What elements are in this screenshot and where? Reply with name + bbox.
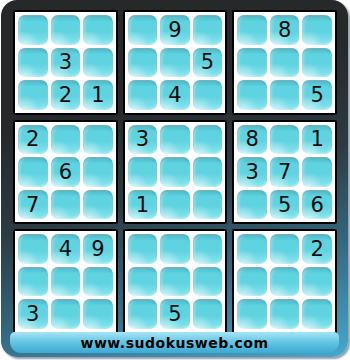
cell-r4c9[interactable]: 1 xyxy=(302,125,332,155)
cell-r7c2[interactable]: 4 xyxy=(51,234,81,264)
cell-r5c7[interactable]: 3 xyxy=(237,157,267,187)
cell-r2c3[interactable] xyxy=(83,48,113,78)
cell-r1c1[interactable] xyxy=(18,15,48,45)
cell-r5c1[interactable] xyxy=(18,157,48,187)
cell-r9c2[interactable] xyxy=(51,299,81,329)
cell-r3c7[interactable] xyxy=(237,80,267,110)
box-r2c3: 813756 xyxy=(232,120,337,225)
cell-r5c4[interactable] xyxy=(128,157,158,187)
cell-r8c6[interactable] xyxy=(193,267,223,297)
cell-r6c7[interactable] xyxy=(237,190,267,220)
cell-r4c6[interactable] xyxy=(193,125,223,155)
cell-r2c7[interactable] xyxy=(237,48,267,78)
cell-r8c1[interactable] xyxy=(18,267,48,297)
cell-r3c5[interactable]: 4 xyxy=(160,80,190,110)
cell-r9c5[interactable]: 5 xyxy=(160,299,190,329)
cell-r1c5[interactable]: 9 xyxy=(160,15,190,45)
cell-r7c5[interactable] xyxy=(160,234,190,264)
cell-r5c8[interactable]: 7 xyxy=(270,157,300,187)
cell-r1c2[interactable] xyxy=(51,15,81,45)
box-r1c1: 321 xyxy=(13,10,118,115)
cell-r4c8[interactable] xyxy=(270,125,300,155)
cell-r7c6[interactable] xyxy=(193,234,223,264)
cell-r4c1[interactable]: 2 xyxy=(18,125,48,155)
cell-r9c6[interactable] xyxy=(193,299,223,329)
cell-r2c2[interactable]: 3 xyxy=(51,48,81,78)
cell-r5c6[interactable] xyxy=(193,157,223,187)
box-r3c3: 2 xyxy=(232,229,337,334)
cell-r7c3[interactable]: 9 xyxy=(83,234,113,264)
footer-band: www.sudokusweb.com xyxy=(10,332,339,353)
cell-r3c6[interactable] xyxy=(193,80,223,110)
cell-r4c3[interactable] xyxy=(83,125,113,155)
cell-r3c4[interactable] xyxy=(128,80,158,110)
cell-r7c9[interactable]: 2 xyxy=(302,234,332,264)
cell-r6c3[interactable] xyxy=(83,190,113,220)
cell-r1c9[interactable] xyxy=(302,15,332,45)
cell-r1c6[interactable] xyxy=(193,15,223,45)
cell-r7c7[interactable] xyxy=(237,234,267,264)
box-r3c2: 5 xyxy=(123,229,228,334)
cell-r8c3[interactable] xyxy=(83,267,113,297)
cell-r4c4[interactable]: 3 xyxy=(128,125,158,155)
box-r1c3: 85 xyxy=(232,10,337,115)
box-r3c1: 493 xyxy=(13,229,118,334)
cell-r9c7[interactable] xyxy=(237,299,267,329)
cell-r2c6[interactable]: 5 xyxy=(193,48,223,78)
cell-r1c7[interactable] xyxy=(237,15,267,45)
cell-r3c3[interactable]: 1 xyxy=(83,80,113,110)
cell-r1c8[interactable]: 8 xyxy=(270,15,300,45)
cell-r7c8[interactable] xyxy=(270,234,300,264)
cell-r1c3[interactable] xyxy=(83,15,113,45)
cell-r3c9[interactable]: 5 xyxy=(302,80,332,110)
cell-r3c8[interactable] xyxy=(270,80,300,110)
cell-r8c4[interactable] xyxy=(128,267,158,297)
cell-r8c5[interactable] xyxy=(160,267,190,297)
cell-r8c9[interactable] xyxy=(302,267,332,297)
box-r1c2: 954 xyxy=(123,10,228,115)
website-link[interactable]: www.sudokusweb.com xyxy=(80,335,268,351)
cell-r6c2[interactable] xyxy=(51,190,81,220)
cell-r3c2[interactable]: 2 xyxy=(51,80,81,110)
cell-r2c4[interactable] xyxy=(128,48,158,78)
cell-r6c6[interactable] xyxy=(193,190,223,220)
cell-r4c5[interactable] xyxy=(160,125,190,155)
board-frame: 321954852673181375649352 www.sudokusweb.… xyxy=(1,0,348,357)
sudoku-board: 321954852673181375649352 xyxy=(13,10,337,334)
cell-r2c8[interactable] xyxy=(270,48,300,78)
cell-r8c7[interactable] xyxy=(237,267,267,297)
cell-r5c5[interactable] xyxy=(160,157,190,187)
cell-r9c8[interactable] xyxy=(270,299,300,329)
cell-r6c9[interactable]: 6 xyxy=(302,190,332,220)
cell-r3c1[interactable] xyxy=(18,80,48,110)
cell-r9c4[interactable] xyxy=(128,299,158,329)
cell-r9c9[interactable] xyxy=(302,299,332,329)
cell-r8c2[interactable] xyxy=(51,267,81,297)
box-r2c1: 267 xyxy=(13,120,118,225)
cell-r5c2[interactable]: 6 xyxy=(51,157,81,187)
cell-r6c8[interactable]: 5 xyxy=(270,190,300,220)
cell-r5c3[interactable] xyxy=(83,157,113,187)
cell-r5c9[interactable] xyxy=(302,157,332,187)
cell-r6c5[interactable] xyxy=(160,190,190,220)
cell-r2c1[interactable] xyxy=(18,48,48,78)
cell-r8c8[interactable] xyxy=(270,267,300,297)
cell-r7c1[interactable] xyxy=(18,234,48,264)
cell-r2c9[interactable] xyxy=(302,48,332,78)
cell-r1c4[interactable] xyxy=(128,15,158,45)
cell-r6c1[interactable]: 7 xyxy=(18,190,48,220)
cell-r7c4[interactable] xyxy=(128,234,158,264)
cell-r4c7[interactable]: 8 xyxy=(237,125,267,155)
cell-r2c5[interactable] xyxy=(160,48,190,78)
cell-r9c1[interactable]: 3 xyxy=(18,299,48,329)
cell-r6c4[interactable]: 1 xyxy=(128,190,158,220)
box-r2c2: 31 xyxy=(123,120,228,225)
cell-r9c3[interactable] xyxy=(83,299,113,329)
cell-r4c2[interactable] xyxy=(51,125,81,155)
